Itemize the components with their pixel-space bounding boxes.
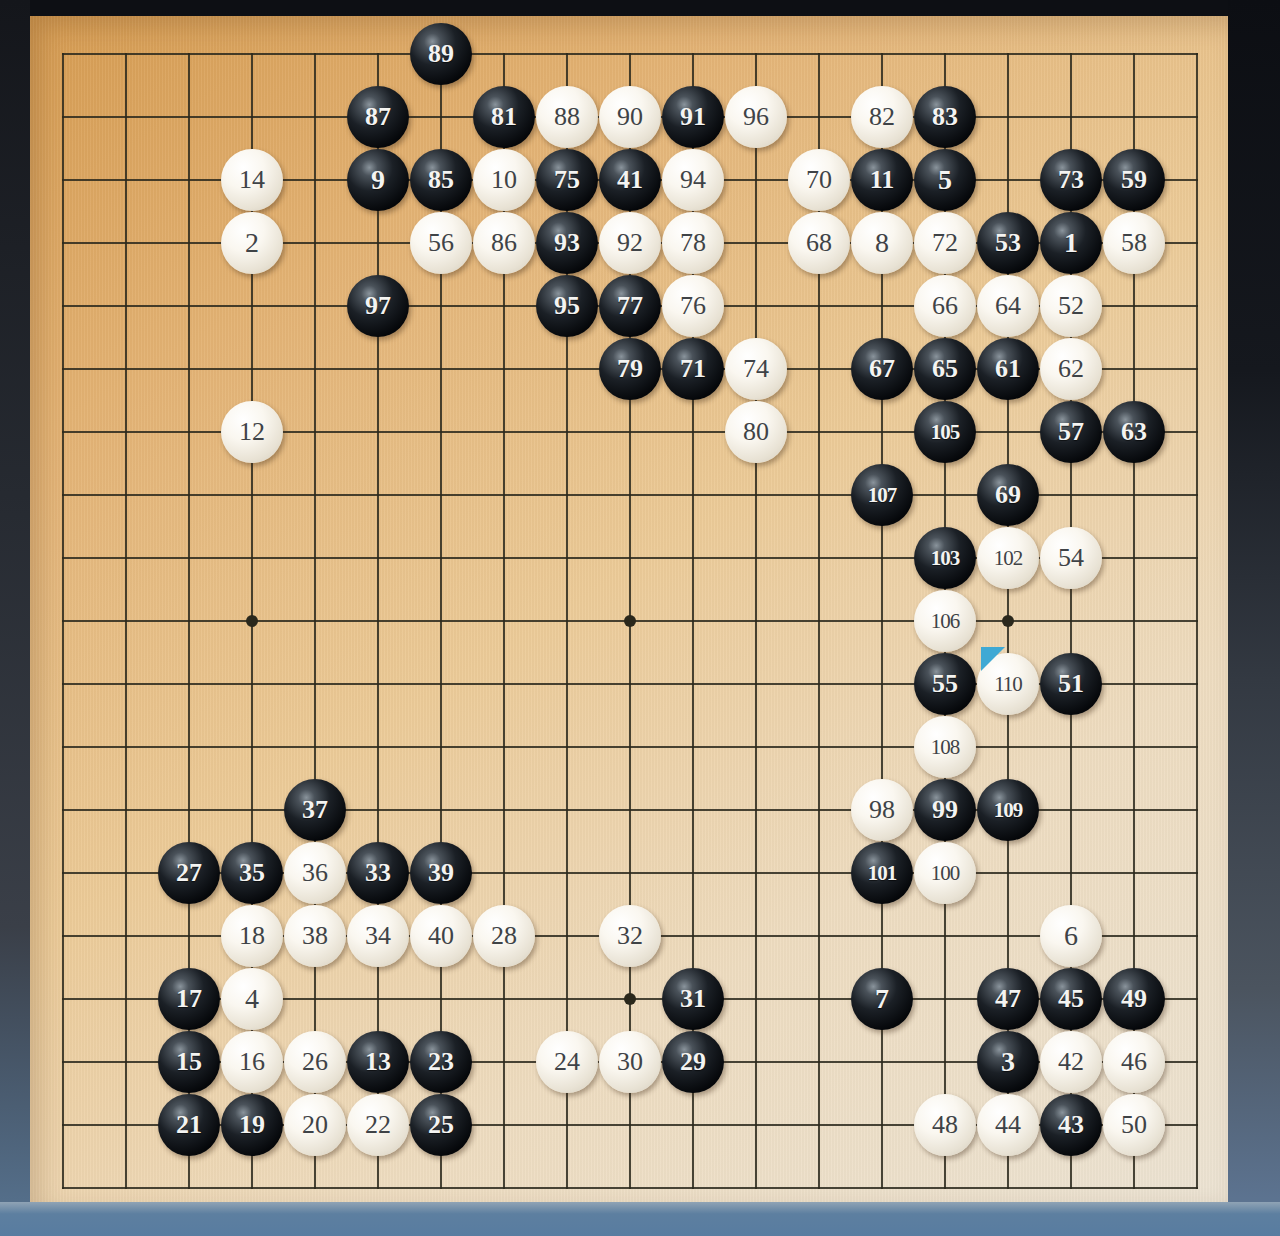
intersection-t11[interactable] bbox=[1166, 527, 1229, 590]
intersection-s18[interactable] bbox=[1103, 86, 1166, 149]
intersection-o8[interactable] bbox=[851, 716, 914, 779]
intersection-o4[interactable]: 7 bbox=[851, 968, 914, 1031]
intersection-h18[interactable]: 81 bbox=[473, 86, 536, 149]
intersection-l12[interactable] bbox=[662, 464, 725, 527]
intersection-h8[interactable] bbox=[473, 716, 536, 779]
intersection-h15[interactable] bbox=[473, 275, 536, 338]
stone-11-black-o17[interactable]: 11 bbox=[851, 149, 913, 211]
intersection-r3[interactable]: 42 bbox=[1040, 1031, 1103, 1094]
intersection-h2[interactable] bbox=[473, 1094, 536, 1157]
intersection-p9[interactable]: 55 bbox=[914, 653, 977, 716]
stone-26-white-e3[interactable]: 26 bbox=[284, 1031, 346, 1093]
intersection-e19[interactable] bbox=[284, 23, 347, 86]
intersection-r5[interactable]: 6 bbox=[1040, 905, 1103, 968]
stone-95-black-j15[interactable]: 95 bbox=[536, 275, 598, 337]
intersection-e14[interactable] bbox=[284, 338, 347, 401]
stone-36-white-e6[interactable]: 36 bbox=[284, 842, 346, 904]
intersection-s10[interactable] bbox=[1103, 590, 1166, 653]
intersection-d11[interactable] bbox=[221, 527, 284, 590]
stone-79-black-k14[interactable]: 79 bbox=[599, 338, 661, 400]
intersection-s17[interactable]: 59 bbox=[1103, 149, 1166, 212]
intersection-d10[interactable] bbox=[221, 590, 284, 653]
intersection-d18[interactable] bbox=[221, 86, 284, 149]
intersection-q3[interactable]: 3 bbox=[977, 1031, 1040, 1094]
intersection-h14[interactable] bbox=[473, 338, 536, 401]
intersection-q1[interactable] bbox=[977, 1157, 1040, 1220]
stone-31-black-l4[interactable]: 31 bbox=[662, 968, 724, 1030]
stone-23-black-g3[interactable]: 23 bbox=[410, 1031, 472, 1093]
intersection-q17[interactable] bbox=[977, 149, 1040, 212]
intersection-q11[interactable]: 102 bbox=[977, 527, 1040, 590]
intersection-h3[interactable] bbox=[473, 1031, 536, 1094]
intersection-o6[interactable]: 101 bbox=[851, 842, 914, 905]
intersection-r4[interactable]: 45 bbox=[1040, 968, 1103, 1031]
stone-20-white-e2[interactable]: 20 bbox=[284, 1094, 346, 1156]
intersection-k11[interactable] bbox=[599, 527, 662, 590]
intersection-f7[interactable] bbox=[347, 779, 410, 842]
intersection-l13[interactable] bbox=[662, 401, 725, 464]
intersection-q10[interactable] bbox=[977, 590, 1040, 653]
intersection-b12[interactable] bbox=[95, 464, 158, 527]
intersection-q7[interactable]: 109 bbox=[977, 779, 1040, 842]
intersection-e12[interactable] bbox=[284, 464, 347, 527]
intersection-f8[interactable] bbox=[347, 716, 410, 779]
intersection-k12[interactable] bbox=[599, 464, 662, 527]
stone-19-black-d2[interactable]: 19 bbox=[221, 1094, 283, 1156]
intersection-d14[interactable] bbox=[221, 338, 284, 401]
intersection-c11[interactable] bbox=[158, 527, 221, 590]
intersection-p2[interactable]: 48 bbox=[914, 1094, 977, 1157]
stone-57-black-r13[interactable]: 57 bbox=[1040, 401, 1102, 463]
intersection-n11[interactable] bbox=[788, 527, 851, 590]
intersection-o5[interactable] bbox=[851, 905, 914, 968]
intersection-s12[interactable] bbox=[1103, 464, 1166, 527]
intersection-q13[interactable] bbox=[977, 401, 1040, 464]
stone-9-black-f17[interactable]: 9 bbox=[347, 149, 409, 211]
stone-40-white-g5[interactable]: 40 bbox=[410, 905, 472, 967]
stone-5-black-p17[interactable]: 5 bbox=[914, 149, 976, 211]
intersection-c3[interactable]: 15 bbox=[158, 1031, 221, 1094]
intersection-n2[interactable] bbox=[788, 1094, 851, 1157]
intersection-a3[interactable] bbox=[32, 1031, 95, 1094]
intersection-h17[interactable]: 10 bbox=[473, 149, 536, 212]
intersection-t7[interactable] bbox=[1166, 779, 1229, 842]
intersection-m16[interactable] bbox=[725, 212, 788, 275]
stone-85-black-g17[interactable]: 85 bbox=[410, 149, 472, 211]
intersection-c2[interactable]: 21 bbox=[158, 1094, 221, 1157]
stone-65-black-p14[interactable]: 65 bbox=[914, 338, 976, 400]
stone-90-white-k18[interactable]: 90 bbox=[599, 86, 661, 148]
intersection-t3[interactable] bbox=[1166, 1031, 1229, 1094]
intersection-h7[interactable] bbox=[473, 779, 536, 842]
intersection-q5[interactable] bbox=[977, 905, 1040, 968]
intersection-k9[interactable] bbox=[599, 653, 662, 716]
intersection-r11[interactable]: 54 bbox=[1040, 527, 1103, 590]
intersection-c16[interactable] bbox=[158, 212, 221, 275]
intersection-k10[interactable] bbox=[599, 590, 662, 653]
intersection-q9[interactable]: 110 bbox=[977, 653, 1040, 716]
intersection-j2[interactable] bbox=[536, 1094, 599, 1157]
stone-106-white-p10[interactable]: 106 bbox=[914, 590, 976, 652]
intersection-l4[interactable]: 31 bbox=[662, 968, 725, 1031]
intersection-e9[interactable] bbox=[284, 653, 347, 716]
stone-97-black-f15[interactable]: 97 bbox=[347, 275, 409, 337]
intersection-t13[interactable] bbox=[1166, 401, 1229, 464]
intersection-q19[interactable] bbox=[977, 23, 1040, 86]
stone-52-white-r15[interactable]: 52 bbox=[1040, 275, 1102, 337]
intersection-c7[interactable] bbox=[158, 779, 221, 842]
intersection-b1[interactable] bbox=[95, 1157, 158, 1220]
intersection-t12[interactable] bbox=[1166, 464, 1229, 527]
intersection-b3[interactable] bbox=[95, 1031, 158, 1094]
intersection-c4[interactable]: 17 bbox=[158, 968, 221, 1031]
stone-63-black-s13[interactable]: 63 bbox=[1103, 401, 1165, 463]
intersection-h16[interactable]: 86 bbox=[473, 212, 536, 275]
stone-107-black-o12[interactable]: 107 bbox=[851, 464, 913, 526]
intersection-s14[interactable] bbox=[1103, 338, 1166, 401]
intersection-e16[interactable] bbox=[284, 212, 347, 275]
intersection-f10[interactable] bbox=[347, 590, 410, 653]
intersection-j10[interactable] bbox=[536, 590, 599, 653]
intersection-p10[interactable]: 106 bbox=[914, 590, 977, 653]
intersection-g9[interactable] bbox=[410, 653, 473, 716]
intersection-f14[interactable] bbox=[347, 338, 410, 401]
intersection-o1[interactable] bbox=[851, 1157, 914, 1220]
intersection-d7[interactable] bbox=[221, 779, 284, 842]
intersection-r16[interactable]: 1 bbox=[1040, 212, 1103, 275]
stone-28-white-h5[interactable]: 28 bbox=[473, 905, 535, 967]
intersection-r12[interactable] bbox=[1040, 464, 1103, 527]
intersection-g6[interactable]: 39 bbox=[410, 842, 473, 905]
intersection-n15[interactable] bbox=[788, 275, 851, 338]
intersection-r7[interactable] bbox=[1040, 779, 1103, 842]
intersection-h19[interactable] bbox=[473, 23, 536, 86]
intersection-a12[interactable] bbox=[32, 464, 95, 527]
intersection-e4[interactable] bbox=[284, 968, 347, 1031]
intersection-p11[interactable]: 103 bbox=[914, 527, 977, 590]
intersection-r10[interactable] bbox=[1040, 590, 1103, 653]
stone-89-black-g19[interactable]: 89 bbox=[410, 23, 472, 85]
stone-72-white-p16[interactable]: 72 bbox=[914, 212, 976, 274]
intersection-n3[interactable] bbox=[788, 1031, 851, 1094]
stone-88-white-j18[interactable]: 88 bbox=[536, 86, 598, 148]
intersection-f11[interactable] bbox=[347, 527, 410, 590]
intersection-n8[interactable] bbox=[788, 716, 851, 779]
intersection-b7[interactable] bbox=[95, 779, 158, 842]
stone-7-black-o4[interactable]: 7 bbox=[851, 968, 913, 1030]
intersection-k14[interactable]: 79 bbox=[599, 338, 662, 401]
intersection-j8[interactable] bbox=[536, 716, 599, 779]
intersection-b19[interactable] bbox=[95, 23, 158, 86]
intersection-h5[interactable]: 28 bbox=[473, 905, 536, 968]
stone-8-white-o16[interactable]: 8 bbox=[851, 212, 913, 274]
stone-15-black-c3[interactable]: 15 bbox=[158, 1031, 220, 1093]
intersection-p18[interactable]: 83 bbox=[914, 86, 977, 149]
intersection-a18[interactable] bbox=[32, 86, 95, 149]
stone-83-black-p18[interactable]: 83 bbox=[914, 86, 976, 148]
intersection-t6[interactable] bbox=[1166, 842, 1229, 905]
intersection-b2[interactable] bbox=[95, 1094, 158, 1157]
intersection-t19[interactable] bbox=[1166, 23, 1229, 86]
stone-22-white-f2[interactable]: 22 bbox=[347, 1094, 409, 1156]
intersection-p17[interactable]: 5 bbox=[914, 149, 977, 212]
intersection-o19[interactable] bbox=[851, 23, 914, 86]
intersection-g4[interactable] bbox=[410, 968, 473, 1031]
stone-100-white-p6[interactable]: 100 bbox=[914, 842, 976, 904]
intersection-c18[interactable] bbox=[158, 86, 221, 149]
intersection-s4[interactable]: 49 bbox=[1103, 968, 1166, 1031]
stone-47-black-q4[interactable]: 47 bbox=[977, 968, 1039, 1030]
intersection-s16[interactable]: 58 bbox=[1103, 212, 1166, 275]
intersection-h6[interactable] bbox=[473, 842, 536, 905]
intersection-j12[interactable] bbox=[536, 464, 599, 527]
stone-29-black-l3[interactable]: 29 bbox=[662, 1031, 724, 1093]
intersection-o11[interactable] bbox=[851, 527, 914, 590]
intersection-s6[interactable] bbox=[1103, 842, 1166, 905]
stone-109-black-q7[interactable]: 109 bbox=[977, 779, 1039, 841]
stone-44-white-q2[interactable]: 44 bbox=[977, 1094, 1039, 1156]
stone-67-black-o14[interactable]: 67 bbox=[851, 338, 913, 400]
intersection-f6[interactable]: 33 bbox=[347, 842, 410, 905]
intersection-b10[interactable] bbox=[95, 590, 158, 653]
stone-71-black-l14[interactable]: 71 bbox=[662, 338, 724, 400]
intersection-m1[interactable] bbox=[725, 1157, 788, 1220]
intersection-l8[interactable] bbox=[662, 716, 725, 779]
intersection-c14[interactable] bbox=[158, 338, 221, 401]
intersection-f9[interactable] bbox=[347, 653, 410, 716]
intersection-a14[interactable] bbox=[32, 338, 95, 401]
intersection-o13[interactable] bbox=[851, 401, 914, 464]
intersection-s15[interactable] bbox=[1103, 275, 1166, 338]
intersection-a10[interactable] bbox=[32, 590, 95, 653]
intersection-j17[interactable]: 75 bbox=[536, 149, 599, 212]
intersection-b18[interactable] bbox=[95, 86, 158, 149]
intersection-g18[interactable] bbox=[410, 86, 473, 149]
intersection-g17[interactable]: 85 bbox=[410, 149, 473, 212]
stone-4-white-d4[interactable]: 4 bbox=[221, 968, 283, 1030]
stone-102-white-q11[interactable]: 102 bbox=[977, 527, 1039, 589]
intersection-e10[interactable] bbox=[284, 590, 347, 653]
intersection-e7[interactable]: 37 bbox=[284, 779, 347, 842]
intersection-g7[interactable] bbox=[410, 779, 473, 842]
intersection-b17[interactable] bbox=[95, 149, 158, 212]
intersection-l2[interactable] bbox=[662, 1094, 725, 1157]
intersection-p7[interactable]: 99 bbox=[914, 779, 977, 842]
intersection-d13[interactable]: 12 bbox=[221, 401, 284, 464]
stone-74-white-m14[interactable]: 74 bbox=[725, 338, 787, 400]
intersection-m17[interactable] bbox=[725, 149, 788, 212]
intersection-a17[interactable] bbox=[32, 149, 95, 212]
intersection-k8[interactable] bbox=[599, 716, 662, 779]
intersection-j7[interactable] bbox=[536, 779, 599, 842]
intersection-g3[interactable]: 23 bbox=[410, 1031, 473, 1094]
stone-76-white-l15[interactable]: 76 bbox=[662, 275, 724, 337]
stone-77-black-k15[interactable]: 77 bbox=[599, 275, 661, 337]
intersection-b11[interactable] bbox=[95, 527, 158, 590]
stone-39-black-g6[interactable]: 39 bbox=[410, 842, 472, 904]
intersection-r9[interactable]: 51 bbox=[1040, 653, 1103, 716]
intersection-m8[interactable] bbox=[725, 716, 788, 779]
intersection-o10[interactable] bbox=[851, 590, 914, 653]
intersection-f1[interactable] bbox=[347, 1157, 410, 1220]
intersection-o3[interactable] bbox=[851, 1031, 914, 1094]
intersection-t16[interactable] bbox=[1166, 212, 1229, 275]
stone-30-white-k3[interactable]: 30 bbox=[599, 1031, 661, 1093]
intersection-k5[interactable]: 32 bbox=[599, 905, 662, 968]
intersection-r2[interactable]: 43 bbox=[1040, 1094, 1103, 1157]
intersection-r18[interactable] bbox=[1040, 86, 1103, 149]
stone-78-white-l16[interactable]: 78 bbox=[662, 212, 724, 274]
intersection-g11[interactable] bbox=[410, 527, 473, 590]
intersection-h12[interactable] bbox=[473, 464, 536, 527]
stone-3-black-q3[interactable]: 3 bbox=[977, 1031, 1039, 1093]
intersection-r14[interactable]: 62 bbox=[1040, 338, 1103, 401]
intersection-c9[interactable] bbox=[158, 653, 221, 716]
intersection-t17[interactable] bbox=[1166, 149, 1229, 212]
intersection-m7[interactable] bbox=[725, 779, 788, 842]
intersection-e17[interactable] bbox=[284, 149, 347, 212]
intersection-k19[interactable] bbox=[599, 23, 662, 86]
intersection-c10[interactable] bbox=[158, 590, 221, 653]
stone-81-black-h18[interactable]: 81 bbox=[473, 86, 535, 148]
intersection-o7[interactable]: 98 bbox=[851, 779, 914, 842]
intersection-l5[interactable] bbox=[662, 905, 725, 968]
go-board[interactable]: 8987818890919682831498510754194701157359… bbox=[30, 16, 1228, 1202]
intersection-m19[interactable] bbox=[725, 23, 788, 86]
intersection-f4[interactable] bbox=[347, 968, 410, 1031]
intersection-e6[interactable]: 36 bbox=[284, 842, 347, 905]
intersection-t2[interactable] bbox=[1166, 1094, 1229, 1157]
intersection-n14[interactable] bbox=[788, 338, 851, 401]
intersection-m18[interactable]: 96 bbox=[725, 86, 788, 149]
intersection-j14[interactable] bbox=[536, 338, 599, 401]
intersection-a8[interactable] bbox=[32, 716, 95, 779]
intersection-f5[interactable]: 34 bbox=[347, 905, 410, 968]
intersection-o17[interactable]: 11 bbox=[851, 149, 914, 212]
intersection-c13[interactable] bbox=[158, 401, 221, 464]
intersection-g2[interactable]: 25 bbox=[410, 1094, 473, 1157]
intersection-c19[interactable] bbox=[158, 23, 221, 86]
stone-48-white-p2[interactable]: 48 bbox=[914, 1094, 976, 1156]
intersection-s3[interactable]: 46 bbox=[1103, 1031, 1166, 1094]
intersection-f18[interactable]: 87 bbox=[347, 86, 410, 149]
intersection-s7[interactable] bbox=[1103, 779, 1166, 842]
intersection-a2[interactable] bbox=[32, 1094, 95, 1157]
intersection-t10[interactable] bbox=[1166, 590, 1229, 653]
stone-41-black-k17[interactable]: 41 bbox=[599, 149, 661, 211]
stone-70-white-n17[interactable]: 70 bbox=[788, 149, 850, 211]
intersection-e5[interactable]: 38 bbox=[284, 905, 347, 968]
stone-73-black-r17[interactable]: 73 bbox=[1040, 149, 1102, 211]
intersection-d16[interactable]: 2 bbox=[221, 212, 284, 275]
intersection-n7[interactable] bbox=[788, 779, 851, 842]
intersection-a13[interactable] bbox=[32, 401, 95, 464]
intersection-f12[interactable] bbox=[347, 464, 410, 527]
stone-1-black-r16[interactable]: 1 bbox=[1040, 212, 1102, 274]
intersection-s8[interactable] bbox=[1103, 716, 1166, 779]
intersection-f3[interactable]: 13 bbox=[347, 1031, 410, 1094]
intersection-g13[interactable] bbox=[410, 401, 473, 464]
stone-34-white-f5[interactable]: 34 bbox=[347, 905, 409, 967]
intersection-j4[interactable] bbox=[536, 968, 599, 1031]
stone-2-white-d16[interactable]: 2 bbox=[221, 212, 283, 274]
intersection-g15[interactable] bbox=[410, 275, 473, 338]
stone-49-black-s4[interactable]: 49 bbox=[1103, 968, 1165, 1030]
intersection-m12[interactable] bbox=[725, 464, 788, 527]
intersection-d12[interactable] bbox=[221, 464, 284, 527]
intersection-j3[interactable]: 24 bbox=[536, 1031, 599, 1094]
intersection-e13[interactable] bbox=[284, 401, 347, 464]
intersection-t9[interactable] bbox=[1166, 653, 1229, 716]
stone-54-white-r11[interactable]: 54 bbox=[1040, 527, 1102, 589]
stone-93-black-j16[interactable]: 93 bbox=[536, 212, 598, 274]
intersection-s13[interactable]: 63 bbox=[1103, 401, 1166, 464]
intersection-t4[interactable] bbox=[1166, 968, 1229, 1031]
intersection-m14[interactable]: 74 bbox=[725, 338, 788, 401]
intersection-h13[interactable] bbox=[473, 401, 536, 464]
stone-32-white-k5[interactable]: 32 bbox=[599, 905, 661, 967]
intersection-a15[interactable] bbox=[32, 275, 95, 338]
intersection-r19[interactable] bbox=[1040, 23, 1103, 86]
intersection-e3[interactable]: 26 bbox=[284, 1031, 347, 1094]
intersection-p4[interactable] bbox=[914, 968, 977, 1031]
intersection-j18[interactable]: 88 bbox=[536, 86, 599, 149]
stone-35-black-d6[interactable]: 35 bbox=[221, 842, 283, 904]
intersection-e1[interactable] bbox=[284, 1157, 347, 1220]
intersection-d1[interactable] bbox=[221, 1157, 284, 1220]
intersection-r1[interactable] bbox=[1040, 1157, 1103, 1220]
stone-37-black-e7[interactable]: 37 bbox=[284, 779, 346, 841]
go-board-grid[interactable]: 8987818890919682831498510754194701157359… bbox=[32, 23, 1229, 1220]
intersection-l9[interactable] bbox=[662, 653, 725, 716]
intersection-d19[interactable] bbox=[221, 23, 284, 86]
intersection-b8[interactable] bbox=[95, 716, 158, 779]
intersection-r17[interactable]: 73 bbox=[1040, 149, 1103, 212]
intersection-f2[interactable]: 22 bbox=[347, 1094, 410, 1157]
intersection-a9[interactable] bbox=[32, 653, 95, 716]
intersection-g1[interactable] bbox=[410, 1157, 473, 1220]
intersection-k6[interactable] bbox=[599, 842, 662, 905]
intersection-k4[interactable] bbox=[599, 968, 662, 1031]
intersection-m15[interactable] bbox=[725, 275, 788, 338]
intersection-g19[interactable]: 89 bbox=[410, 23, 473, 86]
intersection-h9[interactable] bbox=[473, 653, 536, 716]
intersection-d8[interactable] bbox=[221, 716, 284, 779]
stone-43-black-r2[interactable]: 43 bbox=[1040, 1094, 1102, 1156]
intersection-h10[interactable] bbox=[473, 590, 536, 653]
stone-87-black-f18[interactable]: 87 bbox=[347, 86, 409, 148]
intersection-b5[interactable] bbox=[95, 905, 158, 968]
intersection-t5[interactable] bbox=[1166, 905, 1229, 968]
intersection-o2[interactable] bbox=[851, 1094, 914, 1157]
stone-13-black-f3[interactable]: 13 bbox=[347, 1031, 409, 1093]
intersection-k18[interactable]: 90 bbox=[599, 86, 662, 149]
stone-33-black-f6[interactable]: 33 bbox=[347, 842, 409, 904]
intersection-d4[interactable]: 4 bbox=[221, 968, 284, 1031]
intersection-a19[interactable] bbox=[32, 23, 95, 86]
intersection-n5[interactable] bbox=[788, 905, 851, 968]
intersection-g14[interactable] bbox=[410, 338, 473, 401]
intersection-d2[interactable]: 19 bbox=[221, 1094, 284, 1157]
intersection-p13[interactable]: 105 bbox=[914, 401, 977, 464]
intersection-q15[interactable]: 64 bbox=[977, 275, 1040, 338]
intersection-o9[interactable] bbox=[851, 653, 914, 716]
intersection-j19[interactable] bbox=[536, 23, 599, 86]
intersection-k1[interactable] bbox=[599, 1157, 662, 1220]
intersection-e15[interactable] bbox=[284, 275, 347, 338]
stone-86-white-h16[interactable]: 86 bbox=[473, 212, 535, 274]
intersection-j13[interactable] bbox=[536, 401, 599, 464]
